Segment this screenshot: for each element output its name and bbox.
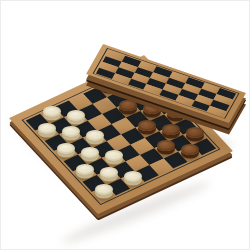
product-photo-checkers-set <box>0 0 250 250</box>
